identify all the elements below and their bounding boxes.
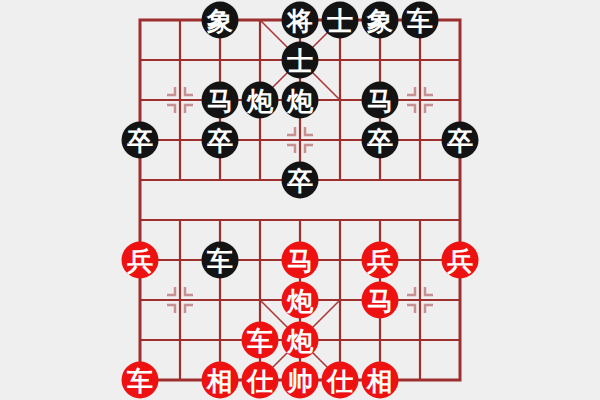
piece-red-soldier[interactable]: 兵: [442, 242, 479, 279]
piece-black-soldier[interactable]: 卒: [282, 162, 319, 199]
piece-black-elephant[interactable]: 象: [202, 2, 239, 39]
piece-black-soldier[interactable]: 卒: [122, 122, 159, 159]
piece-black-elephant[interactable]: 象: [362, 2, 399, 39]
piece-red-chariot[interactable]: 车: [122, 362, 159, 399]
piece-black-soldier[interactable]: 卒: [202, 122, 239, 159]
piece-red-advisor[interactable]: 仕: [322, 362, 359, 399]
piece-black-soldier[interactable]: 卒: [362, 122, 399, 159]
piece-red-horse[interactable]: 马: [282, 242, 319, 279]
piece-red-cannon[interactable]: 炮: [282, 282, 319, 319]
piece-red-general[interactable]: 帅: [282, 362, 319, 399]
piece-red-cannon[interactable]: 炮: [282, 322, 319, 359]
piece-red-elephant[interactable]: 相: [362, 362, 399, 399]
piece-black-horse[interactable]: 马: [202, 82, 239, 119]
pieces-layer: 象将士象车士马炮炮马卒卒卒卒卒车兵马兵兵炮马车炮车相仕帅仕相: [0, 0, 600, 400]
piece-red-chariot[interactable]: 车: [242, 322, 279, 359]
xiangqi-app: 象将士象车士马炮炮马卒卒卒卒卒车兵马兵兵炮马车炮车相仕帅仕相: [0, 0, 600, 400]
piece-black-horse[interactable]: 马: [362, 82, 399, 119]
piece-black-cannon[interactable]: 炮: [242, 82, 279, 119]
piece-red-advisor[interactable]: 仕: [242, 362, 279, 399]
piece-black-general[interactable]: 将: [282, 2, 319, 39]
piece-black-advisor[interactable]: 士: [282, 42, 319, 79]
piece-black-advisor[interactable]: 士: [322, 2, 359, 39]
piece-red-soldier[interactable]: 兵: [362, 242, 399, 279]
piece-black-soldier[interactable]: 卒: [442, 122, 479, 159]
piece-red-elephant[interactable]: 相: [202, 362, 239, 399]
piece-black-chariot[interactable]: 车: [202, 242, 239, 279]
piece-red-horse[interactable]: 马: [362, 282, 399, 319]
piece-black-cannon[interactable]: 炮: [282, 82, 319, 119]
piece-red-soldier[interactable]: 兵: [122, 242, 159, 279]
piece-black-chariot[interactable]: 车: [402, 2, 439, 39]
